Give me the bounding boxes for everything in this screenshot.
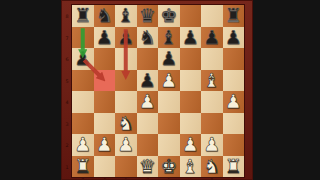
- square-b8[interactable]: ♞: [94, 5, 116, 27]
- square-a8[interactable]: ♜: [72, 5, 94, 27]
- square-f5[interactable]: [180, 70, 202, 92]
- piece-white-pawn[interactable]: ♟: [74, 134, 91, 155]
- square-g3[interactable]: [201, 113, 223, 135]
- chess-video-frame: 87654321 abcdefgh ♜♞♝♛♚♜♟♟♞♝♟♟♟♟♟♟♟♝♟♟♞♟…: [0, 0, 320, 180]
- square-h7[interactable]: ♟: [223, 27, 245, 49]
- square-d7[interactable]: ♞: [137, 27, 159, 49]
- square-g5[interactable]: ♝: [201, 70, 223, 92]
- square-b3[interactable]: [94, 113, 116, 135]
- square-g2[interactable]: ♟: [201, 134, 223, 156]
- piece-black-knight[interactable]: ♞: [96, 5, 113, 26]
- piece-black-pawn[interactable]: ♟: [74, 48, 91, 69]
- piece-black-pawn[interactable]: ♟: [203, 27, 220, 48]
- square-b7[interactable]: ♟: [94, 27, 116, 49]
- square-d2[interactable]: [137, 134, 159, 156]
- square-b4[interactable]: [94, 91, 116, 113]
- square-h1[interactable]: ♜: [223, 156, 245, 178]
- piece-white-pawn[interactable]: ♟: [203, 134, 220, 155]
- square-d3[interactable]: [137, 113, 159, 135]
- rank-label: 5: [64, 72, 70, 89]
- piece-white-king[interactable]: ♚: [160, 156, 177, 177]
- piece-white-rook[interactable]: ♜: [225, 156, 242, 177]
- square-h2[interactable]: [223, 134, 245, 156]
- piece-black-bishop[interactable]: ♝: [117, 5, 134, 26]
- square-e1[interactable]: ♚: [158, 156, 180, 178]
- square-a3[interactable]: [72, 113, 94, 135]
- square-g4[interactable]: [201, 91, 223, 113]
- square-a1[interactable]: ♜: [72, 156, 94, 178]
- piece-black-pawn[interactable]: ♟: [182, 27, 199, 48]
- rank-label: 6: [64, 50, 70, 67]
- piece-white-queen[interactable]: ♛: [139, 156, 156, 177]
- square-g8[interactable]: [201, 5, 223, 27]
- square-d1[interactable]: ♛: [137, 156, 159, 178]
- square-h3[interactable]: [223, 113, 245, 135]
- piece-black-knight[interactable]: ♞: [139, 27, 156, 48]
- piece-white-knight[interactable]: ♞: [117, 113, 134, 134]
- rank-label: 4: [64, 93, 70, 110]
- piece-black-pawn[interactable]: ♟: [160, 48, 177, 69]
- piece-white-pawn[interactable]: ♟: [139, 91, 156, 112]
- square-h5[interactable]: [223, 70, 245, 92]
- rank-labels: 87654321: [63, 5, 71, 177]
- rank-label: 2: [64, 136, 70, 153]
- square-b5[interactable]: [94, 70, 116, 92]
- square-a4[interactable]: [72, 91, 94, 113]
- rank-label: 8: [64, 7, 70, 24]
- square-c8[interactable]: ♝: [115, 5, 137, 27]
- square-b6[interactable]: [94, 48, 116, 70]
- square-e8[interactable]: ♚: [158, 5, 180, 27]
- square-g1[interactable]: ♞: [201, 156, 223, 178]
- square-e4[interactable]: [158, 91, 180, 113]
- square-c7[interactable]: ♟: [115, 27, 137, 49]
- square-h4[interactable]: ♟: [223, 91, 245, 113]
- piece-white-pawn[interactable]: ♟: [225, 91, 242, 112]
- piece-white-pawn[interactable]: ♟: [96, 134, 113, 155]
- piece-white-bishop[interactable]: ♝: [182, 156, 199, 177]
- square-d5[interactable]: ♟: [137, 70, 159, 92]
- rank-label: 7: [64, 29, 70, 46]
- piece-black-rook[interactable]: ♜: [225, 5, 242, 26]
- square-g6[interactable]: [201, 48, 223, 70]
- piece-black-queen[interactable]: ♛: [139, 5, 156, 26]
- square-c1[interactable]: [115, 156, 137, 178]
- square-d6[interactable]: [137, 48, 159, 70]
- piece-white-pawn[interactable]: ♟: [117, 134, 134, 155]
- square-f7[interactable]: ♟: [180, 27, 202, 49]
- piece-black-bishop[interactable]: ♝: [160, 27, 177, 48]
- piece-white-rook[interactable]: ♜: [74, 156, 91, 177]
- square-e2[interactable]: [158, 134, 180, 156]
- square-e6[interactable]: ♟: [158, 48, 180, 70]
- square-a5[interactable]: [72, 70, 94, 92]
- square-e5[interactable]: ♟: [158, 70, 180, 92]
- square-c4[interactable]: [115, 91, 137, 113]
- square-a6[interactable]: ♟: [72, 48, 94, 70]
- piece-white-pawn[interactable]: ♟: [160, 70, 177, 91]
- square-c2[interactable]: ♟: [115, 134, 137, 156]
- board-frame: 87654321 abcdefgh ♜♞♝♛♚♜♟♟♞♝♟♟♟♟♟♟♟♝♟♟♞♟…: [61, 0, 253, 180]
- square-a2[interactable]: ♟: [72, 134, 94, 156]
- square-b1[interactable]: [94, 156, 116, 178]
- square-c5[interactable]: [115, 70, 137, 92]
- piece-white-bishop[interactable]: ♝: [203, 70, 220, 91]
- square-g7[interactable]: ♟: [201, 27, 223, 49]
- square-f6[interactable]: [180, 48, 202, 70]
- square-f1[interactable]: ♝: [180, 156, 202, 178]
- square-h8[interactable]: ♜: [223, 5, 245, 27]
- square-f2[interactable]: ♟: [180, 134, 202, 156]
- piece-black-rook[interactable]: ♜: [74, 5, 91, 26]
- square-h6[interactable]: [223, 48, 245, 70]
- rank-label: 3: [64, 115, 70, 132]
- square-a7[interactable]: [72, 27, 94, 49]
- square-e3[interactable]: [158, 113, 180, 135]
- piece-black-pawn[interactable]: ♟: [117, 27, 134, 48]
- square-b2[interactable]: ♟: [94, 134, 116, 156]
- rank-label: 1: [64, 158, 70, 175]
- square-f3[interactable]: [180, 113, 202, 135]
- square-d8[interactable]: ♛: [137, 5, 159, 27]
- piece-black-king[interactable]: ♚: [160, 5, 177, 26]
- square-d4[interactable]: ♟: [137, 91, 159, 113]
- piece-black-pawn[interactable]: ♟: [96, 27, 113, 48]
- square-e7[interactable]: ♝: [158, 27, 180, 49]
- square-c3[interactable]: ♞: [115, 113, 137, 135]
- piece-black-pawn[interactable]: ♟: [225, 27, 242, 48]
- square-f4[interactable]: [180, 91, 202, 113]
- square-f8[interactable]: [180, 5, 202, 27]
- piece-black-pawn[interactable]: ♟: [139, 70, 156, 91]
- piece-white-knight[interactable]: ♞: [203, 156, 220, 177]
- piece-white-pawn[interactable]: ♟: [182, 134, 199, 155]
- square-c6[interactable]: [115, 48, 137, 70]
- chess-board: ♜♞♝♛♚♜♟♟♞♝♟♟♟♟♟♟♟♝♟♟♞♟♟♟♟♟♜♛♚♝♞♜: [72, 5, 244, 177]
